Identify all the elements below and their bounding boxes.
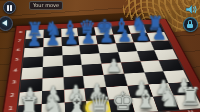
turn-indicator: Your move bbox=[29, 1, 63, 10]
pause-button[interactable] bbox=[3, 1, 16, 14]
black-pawn-d7[interactable]: ♟ bbox=[79, 29, 97, 45]
square-f7[interactable]: ♟ bbox=[113, 34, 133, 44]
square-a5[interactable] bbox=[22, 57, 42, 69]
white-queen-d1[interactable]: ♛ bbox=[88, 91, 111, 112]
black-pawn-e7[interactable]: ♟ bbox=[97, 28, 115, 44]
white-knight-g1[interactable]: ♞ bbox=[157, 86, 180, 111]
square-e1[interactable]: ♚ bbox=[109, 98, 135, 112]
square-a1[interactable]: ♜ bbox=[17, 104, 41, 112]
square-c7[interactable]: ♟ bbox=[61, 36, 80, 46]
square-e7[interactable]: ♟ bbox=[96, 34, 116, 44]
square-b1[interactable]: ♞ bbox=[41, 103, 65, 112]
white-rook-a1[interactable]: ♜ bbox=[17, 95, 41, 112]
white-bishop-f1[interactable]: ♝ bbox=[134, 88, 157, 112]
square-h6[interactable] bbox=[151, 40, 173, 50]
rank-label-7: 7 bbox=[13, 38, 24, 47]
black-pawn-g7[interactable]: ♟ bbox=[133, 27, 151, 43]
black-pawn-h7[interactable]: ♟ bbox=[150, 26, 168, 42]
white-knight-b1[interactable]: ♞ bbox=[41, 94, 65, 112]
sound-button[interactable] bbox=[185, 0, 198, 11]
square-h5[interactable] bbox=[155, 49, 178, 60]
rank-label-5: 5 bbox=[10, 57, 22, 68]
square-d1[interactable]: ♛ bbox=[86, 100, 111, 112]
square-e4[interactable]: ♟ bbox=[101, 63, 123, 75]
square-d4[interactable] bbox=[82, 64, 104, 76]
white-pawn-e4[interactable]: ♟ bbox=[103, 57, 123, 75]
rank-label-1: 1 bbox=[2, 105, 17, 112]
board-grid[interactable]: ♜♞♝♛♚♝♞♜♟♟♟♟♟♟♟♟♟♟♟♟♟♟♟♟♜♞♝♛♚♝♞♜ bbox=[15, 23, 200, 112]
black-pawn-c7[interactable]: ♟ bbox=[61, 30, 79, 46]
speaker-icon bbox=[185, 4, 198, 15]
rank-label-4: 4 bbox=[9, 68, 22, 80]
white-bishop-c1[interactable]: ♝ bbox=[65, 92, 88, 112]
square-c1[interactable]: ♝ bbox=[64, 101, 88, 112]
black-pawn-a7[interactable]: ♟ bbox=[25, 32, 43, 48]
white-rook-h1[interactable]: ♜ bbox=[179, 85, 200, 110]
white-king-e1[interactable]: ♚ bbox=[111, 89, 134, 112]
square-g4[interactable] bbox=[140, 60, 164, 72]
pause-icon bbox=[7, 5, 12, 11]
black-pawn-b7[interactable]: ♟ bbox=[43, 31, 61, 47]
view-lock-button[interactable] bbox=[183, 17, 198, 32]
square-c5[interactable] bbox=[62, 54, 82, 65]
square-a7[interactable]: ♟ bbox=[25, 38, 44, 48]
square-b6[interactable] bbox=[43, 46, 62, 57]
square-h4[interactable] bbox=[159, 59, 183, 71]
square-d7[interactable]: ♟ bbox=[78, 35, 97, 45]
black-pawn-f7[interactable]: ♟ bbox=[115, 28, 133, 44]
game-scene: ♜♞♝♛♚♝♞♜♟♟♟♟♟♟♟♟♟♟♟♟♟♟♟♟♜♞♝♛♚♝♞♜ ABCDEFG… bbox=[0, 0, 200, 112]
back-arrow-icon bbox=[2, 20, 7, 26]
square-b5[interactable] bbox=[42, 56, 62, 67]
square-b7[interactable]: ♟ bbox=[43, 37, 61, 47]
board-border: ♜♞♝♛♚♝♞♜♟♟♟♟♟♟♟♟♟♟♟♟♟♟♟♟♜♞♝♛♚♝♞♜ ABCDEFG… bbox=[0, 19, 200, 112]
